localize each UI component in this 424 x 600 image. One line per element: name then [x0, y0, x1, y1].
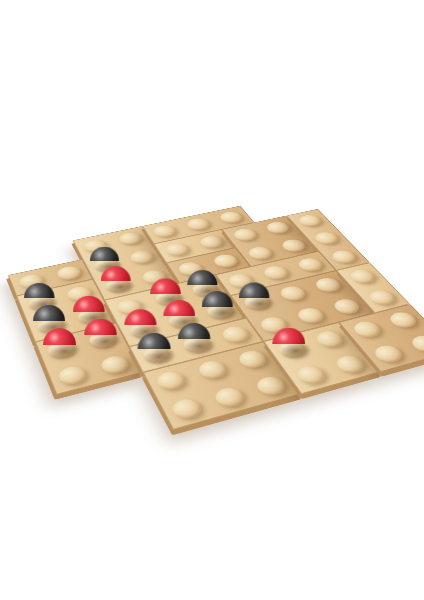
board-perspective-wrapper — [0, 193, 424, 456]
hole-dimple — [245, 245, 275, 261]
hole-dimple — [253, 374, 289, 397]
hole-dimple — [329, 249, 360, 265]
hole-dimple — [279, 238, 309, 254]
hole-dimple — [236, 349, 270, 371]
hole[interactable] — [320, 291, 375, 322]
hole-dimple — [197, 234, 226, 249]
hole-dimple — [333, 353, 369, 375]
hole-dimple — [151, 224, 179, 239]
hole-dimple — [217, 210, 245, 224]
hole-dimple — [312, 276, 344, 294]
hole-dimple — [313, 329, 347, 350]
hole-dimple — [169, 397, 205, 422]
hole-dimple — [294, 306, 327, 325]
hole-dimple — [295, 256, 326, 273]
hole-dimple — [231, 227, 260, 242]
hole-dimple — [386, 310, 420, 329]
hole-dimple — [366, 288, 399, 306]
hole-dimple — [117, 231, 145, 246]
hole-dimple — [212, 385, 248, 409]
hole-dimple — [163, 242, 192, 258]
hole-dimple — [350, 319, 384, 339]
hole-dimple — [99, 354, 132, 376]
kulami-board — [0, 193, 424, 456]
hole-dimple — [56, 364, 89, 387]
hole-dimple — [261, 264, 292, 281]
hole-dimple — [219, 324, 252, 344]
hole[interactable] — [193, 296, 246, 328]
hole-dimple — [293, 364, 329, 387]
hole-dimple — [331, 297, 364, 316]
hole-dimple — [296, 213, 325, 227]
hole-dimple — [408, 333, 424, 354]
hole-dimple — [347, 268, 379, 285]
hole-dimple — [277, 284, 309, 302]
photo-stage — [0, 0, 424, 600]
hole-dimple — [195, 359, 229, 381]
hole-dimple — [185, 217, 213, 232]
hole-dimple — [211, 253, 241, 269]
hole-dimple — [55, 265, 83, 282]
hole-dimple — [264, 220, 293, 235]
hole-dimple — [154, 369, 188, 392]
hole-dimple — [128, 249, 157, 265]
hole-dimple — [371, 343, 407, 364]
hole-dimple — [312, 231, 342, 246]
